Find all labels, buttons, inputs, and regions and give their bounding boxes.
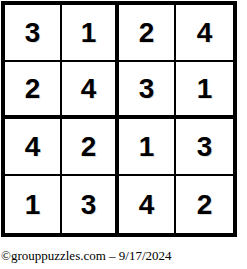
credit-text: ©grouppuzzles.com – 9/17/2024 (1, 248, 172, 264)
cell-r3c4: 3 (176, 119, 233, 176)
cell-r1c2: 1 (62, 5, 119, 62)
cell-r4c3: 4 (119, 176, 176, 233)
cell-r2c4: 1 (176, 62, 233, 119)
cell-r3c1: 4 (5, 119, 62, 176)
cell-r1c1: 3 (5, 5, 62, 62)
puzzle-page: 3124243142131342 ©grouppuzzles.com – 9/1… (0, 0, 247, 269)
cell-r2c1: 2 (5, 62, 62, 119)
cell-r4c4: 2 (176, 176, 233, 233)
cell-r1c3: 2 (119, 5, 176, 62)
cell-r2c3: 3 (119, 62, 176, 119)
cell-r2c2: 4 (62, 62, 119, 119)
cell-r3c3: 1 (119, 119, 176, 176)
sudoku-board: 3124243142131342 (1, 1, 237, 237)
cell-r4c1: 1 (5, 176, 62, 233)
cell-r3c2: 2 (62, 119, 119, 176)
cell-r4c2: 3 (62, 176, 119, 233)
cell-r1c4: 4 (176, 5, 233, 62)
